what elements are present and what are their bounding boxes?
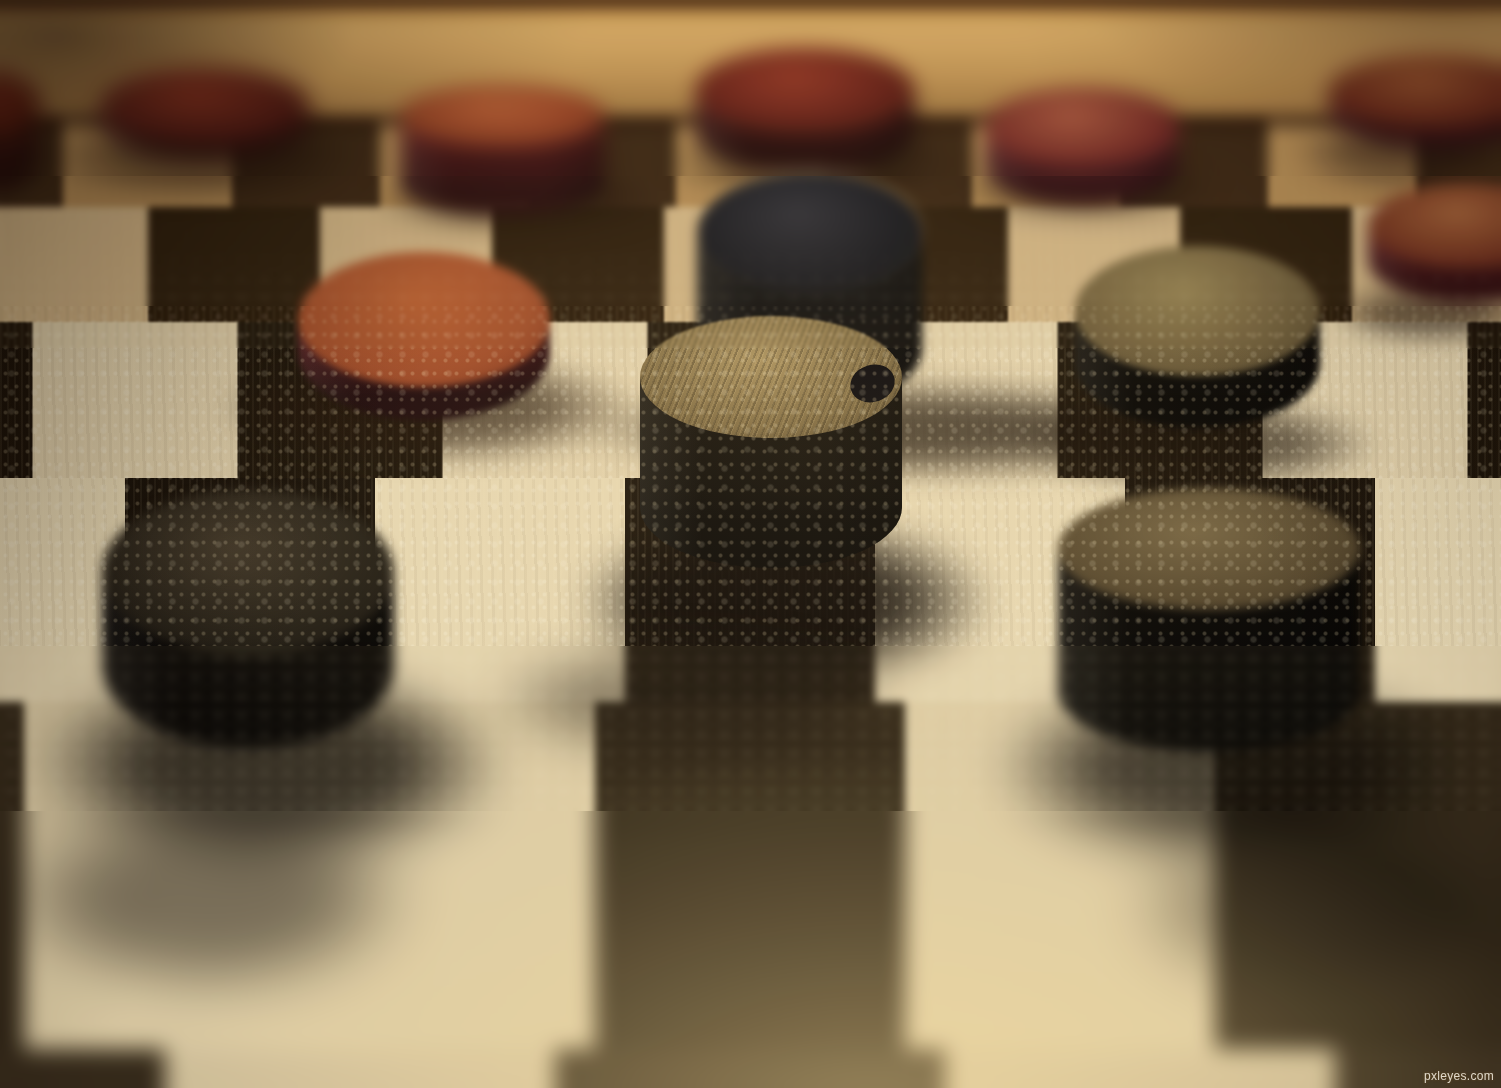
piece-shadow-11 — [30, 658, 510, 870]
board-row-band-3 — [0, 478, 1501, 702]
piece-shadows — [0, 0, 1501, 1088]
bottom-glow — [0, 0, 1501, 1088]
checker-piece-side — [697, 232, 922, 408]
checker-piece-red — [100, 68, 310, 160]
piece-shadow-0 — [40, 118, 370, 198]
checker-piece-red — [695, 48, 915, 175]
checkerboard — [0, 0, 1501, 1088]
checker-piece-top — [695, 48, 915, 133]
board-row-band-1 — [0, 207, 1501, 322]
board-row-band-4 — [0, 702, 1501, 1049]
checker-piece-black — [102, 490, 394, 748]
checker-piece-red — [1368, 183, 1501, 303]
blur-band-0 — [0, 0, 1501, 176]
blur-band-3 — [0, 646, 1501, 811]
checker-piece-black — [1058, 488, 1360, 752]
board-row-band-0 — [0, 118, 1501, 207]
checker-piece-top — [1075, 246, 1320, 376]
checker-piece-black — [1075, 246, 1320, 428]
checker-piece-side — [1328, 93, 1501, 149]
piece-shadow-8 — [1020, 398, 1380, 490]
checker-piece-side — [640, 377, 902, 568]
piece-shadow-5 — [1330, 282, 1501, 344]
checker-piece-side — [695, 91, 915, 176]
checker-piece-top — [640, 316, 902, 438]
depth-of-field-blur — [0, 0, 1501, 1088]
bokeh-sparkle-overlay — [0, 250, 1501, 1062]
checker-piece-black — [697, 172, 922, 408]
checker-pieces — [0, 0, 1501, 1088]
chipped-edge-notch — [845, 359, 899, 408]
piece-shadow-6 — [220, 352, 640, 464]
checker-piece-top — [400, 85, 605, 147]
checker-piece-side — [1058, 549, 1360, 752]
piece-shadow-7 — [580, 382, 1220, 478]
background-table — [0, 0, 1501, 120]
checker-piece-red — [298, 252, 550, 420]
piece-shadow-10 — [480, 638, 900, 760]
blur-band-1 — [0, 176, 1501, 306]
board-row-band-2 — [0, 322, 1501, 478]
board-row-band-5 — [0, 1049, 1501, 1088]
checker-piece-red — [1328, 55, 1501, 148]
watermark-text: pxleyes.com — [1424, 1069, 1494, 1083]
corner-shading — [0, 0, 1501, 1088]
piece-shadow-1 — [370, 162, 670, 237]
blur-band-4 — [0, 811, 1501, 1088]
vignette — [0, 0, 1501, 1088]
checker-piece-side — [400, 116, 605, 215]
piece-shadow-2 — [660, 128, 960, 198]
checkers-board-photo: pxleyes.com — [0, 0, 1501, 1088]
board-back-edge — [0, 110, 1501, 130]
checker-piece-side — [102, 573, 394, 749]
piece-shadow-9 — [575, 512, 995, 690]
checker-piece-side — [985, 128, 1180, 205]
checker-piece-top — [697, 172, 922, 292]
checker-piece-red — [985, 88, 1180, 205]
checker-piece-side — [100, 106, 310, 161]
checker-piece-top — [1058, 488, 1360, 610]
piece-shadow-3 — [950, 152, 1220, 222]
checker-piece-top — [1328, 55, 1501, 130]
checker-piece-top — [1368, 183, 1501, 268]
checker-piece-top — [0, 70, 40, 140]
piece-shadow-13 — [990, 668, 1470, 870]
checker-piece-top — [102, 490, 394, 655]
checker-piece-side — [298, 320, 550, 421]
blur-band-2 — [0, 306, 1501, 348]
checker-piece-black — [640, 316, 902, 568]
piece-shadow-14 — [1120, 818, 1501, 1000]
checker-piece-top — [985, 88, 1180, 168]
checker-piece-side — [1075, 311, 1320, 428]
piece-shadow-12 — [0, 798, 420, 998]
checker-piece-top — [298, 252, 550, 387]
checker-piece-red — [0, 70, 40, 195]
checker-piece-side — [0, 105, 40, 195]
checker-piece-red — [400, 85, 605, 215]
piece-shadow-4 — [1290, 118, 1501, 188]
checker-piece-top — [100, 68, 310, 143]
center-glow — [0, 0, 1501, 1088]
checker-piece-side — [1368, 226, 1501, 304]
